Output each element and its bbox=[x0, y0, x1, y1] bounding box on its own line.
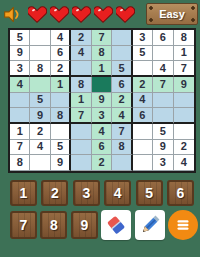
cell-r2c7[interactable]: 5 bbox=[133, 46, 153, 62]
cell-r3c9[interactable]: 7 bbox=[174, 61, 194, 77]
cell-r4c3[interactable]: 1 bbox=[51, 77, 71, 93]
cell-r1c4[interactable]: 2 bbox=[71, 30, 91, 46]
cell-r2c9[interactable]: 1 bbox=[174, 46, 194, 62]
cell-r8c3[interactable]: 5 bbox=[51, 140, 71, 156]
cell-r7c9[interactable] bbox=[174, 124, 194, 140]
number-button-4[interactable]: 4 bbox=[104, 180, 131, 206]
cell-r2c8[interactable] bbox=[153, 46, 173, 62]
cell-r1c3[interactable]: 4 bbox=[51, 30, 71, 46]
cell-r4c6[interactable]: 6 bbox=[112, 77, 132, 93]
cell-r5c7[interactable]: 4 bbox=[133, 93, 153, 109]
cell-r6c8[interactable] bbox=[153, 108, 173, 124]
cell-r3c3[interactable]: 2 bbox=[51, 61, 71, 77]
cell-r6c9[interactable] bbox=[174, 108, 194, 124]
cell-r4c4[interactable]: 8 bbox=[71, 77, 91, 93]
cell-r5c8[interactable] bbox=[153, 93, 173, 109]
cell-r4c7[interactable]: 2 bbox=[133, 77, 153, 93]
cell-r1c9[interactable]: 8 bbox=[174, 30, 194, 46]
cell-r3c1[interactable]: 3 bbox=[10, 61, 30, 77]
cell-r6c7[interactable]: 6 bbox=[133, 108, 153, 124]
cell-r4c8[interactable]: 7 bbox=[153, 77, 173, 93]
cell-r6c6[interactable]: 4 bbox=[112, 108, 132, 124]
cell-r6c3[interactable]: 8 bbox=[51, 108, 71, 124]
cell-r6c1[interactable] bbox=[10, 108, 30, 124]
heart-icon bbox=[50, 5, 69, 24]
menu-button[interactable] bbox=[168, 210, 198, 240]
cell-r2c1[interactable]: 9 bbox=[10, 46, 30, 62]
cell-r5c2[interactable]: 5 bbox=[30, 93, 50, 109]
cell-r6c5[interactable]: 3 bbox=[92, 108, 112, 124]
cell-r2c6[interactable] bbox=[112, 46, 132, 62]
cell-r1c1[interactable]: 5 bbox=[10, 30, 30, 46]
cell-r6c4[interactable]: 7 bbox=[71, 108, 91, 124]
cell-r9c6[interactable] bbox=[112, 155, 132, 171]
cell-r9c7[interactable] bbox=[133, 155, 153, 171]
cell-r5c3[interactable] bbox=[51, 93, 71, 109]
cell-r9c5[interactable]: 2 bbox=[92, 155, 112, 171]
cell-r8c6[interactable]: 8 bbox=[112, 140, 132, 156]
cell-r8c9[interactable]: 2 bbox=[174, 140, 194, 156]
cell-r8c5[interactable]: 6 bbox=[92, 140, 112, 156]
difficulty-badge[interactable]: Easy bbox=[146, 3, 198, 25]
cell-r5c6[interactable]: 2 bbox=[112, 93, 132, 109]
cell-r9c3[interactable]: 9 bbox=[51, 155, 71, 171]
heart-icon bbox=[28, 5, 47, 24]
cell-r1c8[interactable]: 6 bbox=[153, 30, 173, 46]
cell-r8c8[interactable]: 9 bbox=[153, 140, 173, 156]
cell-r9c4[interactable] bbox=[71, 155, 91, 171]
pencil-button[interactable] bbox=[135, 210, 165, 240]
number-button-8[interactable]: 8 bbox=[40, 211, 67, 239]
number-button-2[interactable]: 2 bbox=[41, 180, 68, 206]
difficulty-label: Easy bbox=[159, 8, 185, 20]
cell-r5c4[interactable]: 1 bbox=[71, 93, 91, 109]
number-pad-row-1: 123456 bbox=[10, 180, 194, 206]
eraser-button[interactable] bbox=[101, 210, 131, 240]
speaker-icon[interactable] bbox=[2, 4, 23, 25]
cell-r4c2[interactable] bbox=[30, 77, 50, 93]
cell-r9c9[interactable]: 4 bbox=[174, 155, 194, 171]
cell-r4c9[interactable]: 9 bbox=[174, 77, 194, 93]
cell-r5c9[interactable] bbox=[174, 93, 194, 109]
cell-r7c8[interactable]: 5 bbox=[153, 124, 173, 140]
cell-r1c7[interactable]: 3 bbox=[133, 30, 153, 46]
cell-r7c6[interactable]: 7 bbox=[112, 124, 132, 140]
menu-icon bbox=[172, 214, 194, 236]
top-bar: Easy bbox=[2, 3, 198, 25]
eraser-icon bbox=[104, 213, 128, 237]
cell-r9c1[interactable]: 8 bbox=[10, 155, 30, 171]
sudoku-board: 5427368964851382154741862795192498734612… bbox=[8, 28, 196, 173]
cell-r7c1[interactable]: 1 bbox=[10, 124, 30, 140]
cell-r8c2[interactable]: 4 bbox=[30, 140, 50, 156]
cell-r3c2[interactable]: 8 bbox=[30, 61, 50, 77]
cell-r3c6[interactable]: 5 bbox=[112, 61, 132, 77]
number-button-7[interactable]: 7 bbox=[10, 211, 37, 239]
heart-icon bbox=[72, 5, 91, 24]
cell-r6c2[interactable]: 9 bbox=[30, 108, 50, 124]
pencil-icon bbox=[138, 213, 162, 237]
number-button-5[interactable]: 5 bbox=[136, 180, 163, 206]
number-button-6[interactable]: 6 bbox=[167, 180, 194, 206]
cell-r9c2[interactable] bbox=[30, 155, 50, 171]
cell-r7c4[interactable] bbox=[71, 124, 91, 140]
cell-r7c3[interactable] bbox=[51, 124, 71, 140]
number-button-3[interactable]: 3 bbox=[73, 180, 100, 206]
cell-r4c1[interactable]: 4 bbox=[10, 77, 30, 93]
cell-r2c4[interactable]: 4 bbox=[71, 46, 91, 62]
heart-icon bbox=[94, 5, 113, 24]
cell-r8c4[interactable] bbox=[71, 140, 91, 156]
cell-r3c4[interactable] bbox=[71, 61, 91, 77]
number-button-1[interactable]: 1 bbox=[10, 180, 37, 206]
cell-r1c2[interactable] bbox=[30, 30, 50, 46]
cell-r3c5[interactable]: 1 bbox=[92, 61, 112, 77]
cell-r7c2[interactable]: 2 bbox=[30, 124, 50, 140]
cell-r2c3[interactable]: 6 bbox=[51, 46, 71, 62]
cell-r3c7[interactable] bbox=[133, 61, 153, 77]
cell-r2c5[interactable]: 8 bbox=[92, 46, 112, 62]
cell-r2c2[interactable] bbox=[30, 46, 50, 62]
cell-r5c5[interactable]: 9 bbox=[92, 93, 112, 109]
cell-r7c7[interactable] bbox=[133, 124, 153, 140]
hearts bbox=[28, 5, 135, 24]
cell-r8c7[interactable] bbox=[133, 140, 153, 156]
heart-icon bbox=[116, 5, 135, 24]
cell-r3c8[interactable]: 4 bbox=[153, 61, 173, 77]
cell-r9c8[interactable]: 3 bbox=[153, 155, 173, 171]
cell-r7c5[interactable]: 4 bbox=[92, 124, 112, 140]
number-pad-row-2: 789 bbox=[10, 210, 198, 240]
cell-r8c1[interactable]: 7 bbox=[10, 140, 30, 156]
cell-r1c6[interactable] bbox=[112, 30, 132, 46]
cell-r1c5[interactable]: 7 bbox=[92, 30, 112, 46]
cell-r4c5[interactable] bbox=[92, 77, 112, 93]
number-button-9[interactable]: 9 bbox=[71, 211, 98, 239]
cell-r5c1[interactable] bbox=[10, 93, 30, 109]
